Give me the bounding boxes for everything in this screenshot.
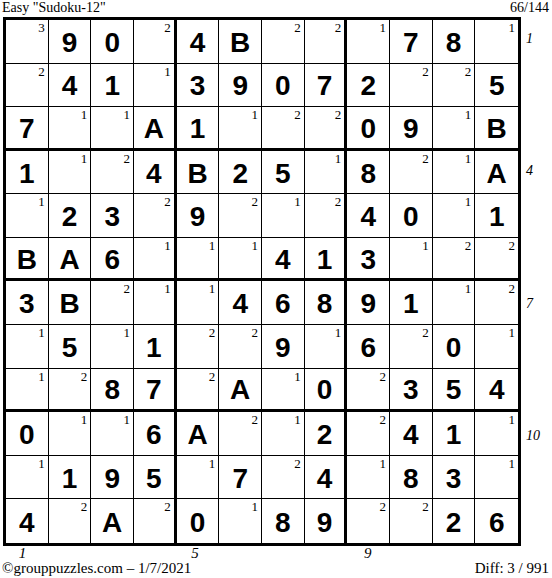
cell-r3c6[interactable]: 1 bbox=[219, 107, 262, 151]
pencil-mark: 2 bbox=[81, 369, 88, 384]
cell-r9c7[interactable]: 1 bbox=[262, 369, 305, 413]
cell-value: 5 bbox=[49, 325, 91, 368]
cell-r2c6[interactable]: 9 bbox=[219, 64, 262, 108]
cell-r11c8[interactable]: 4 bbox=[305, 456, 348, 500]
cell-r12c9[interactable]: 2 bbox=[347, 499, 390, 543]
col-label-9: 9 bbox=[364, 545, 372, 562]
cell-r4c7[interactable]: 5 bbox=[262, 151, 305, 195]
pencil-mark: 1 bbox=[81, 412, 88, 427]
pencil-mark: 1 bbox=[509, 456, 516, 471]
cell-value: 9 bbox=[305, 499, 345, 543]
cell-value: 9 bbox=[91, 456, 133, 499]
cell-value: 0 bbox=[177, 499, 219, 543]
pencil-mark: 2 bbox=[209, 325, 216, 340]
cell-r10c3[interactable]: 1 bbox=[91, 412, 134, 456]
cell-value: 9 bbox=[177, 194, 219, 237]
cell-r12c8[interactable]: 9 bbox=[305, 499, 348, 543]
sudoku-grid: 39024B221781241139072225711A1122091B1124… bbox=[3, 17, 521, 546]
cell-r8c10[interactable]: 2 bbox=[390, 325, 433, 369]
cell-r6c1[interactable]: B bbox=[6, 238, 49, 282]
cell-r5c3[interactable]: 3 bbox=[91, 194, 134, 238]
cell-value: 6 bbox=[475, 499, 518, 543]
cell-r9c6[interactable]: A bbox=[219, 369, 262, 413]
cell-value: 4 bbox=[6, 499, 48, 543]
pencil-mark: 2 bbox=[335, 20, 342, 35]
cell-r12c1[interactable]: 4 bbox=[6, 499, 49, 543]
cell-value: 8 bbox=[390, 456, 432, 499]
cell-value: 7 bbox=[6, 107, 48, 148]
cell-r4c5[interactable]: B bbox=[177, 151, 220, 195]
cell-r11c1[interactable]: 1 bbox=[6, 456, 49, 500]
cell-r7c3[interactable]: 2 bbox=[91, 281, 134, 325]
cell-value: B bbox=[177, 151, 219, 194]
cell-r12c5[interactable]: 0 bbox=[177, 499, 220, 543]
pencil-mark: 1 bbox=[38, 369, 45, 384]
row-label-10: 10 bbox=[526, 428, 540, 444]
cell-r11c5[interactable]: 1 bbox=[177, 456, 220, 500]
pencil-mark: 2 bbox=[294, 107, 301, 122]
cell-r7c10[interactable]: 1 bbox=[390, 281, 433, 325]
pencil-mark: 2 bbox=[209, 369, 216, 384]
cell-r12c6[interactable]: 1 bbox=[219, 499, 262, 543]
pencil-mark: 2 bbox=[38, 64, 45, 79]
cell-r2c12[interactable]: 5 bbox=[475, 64, 518, 108]
cell-r3c7[interactable]: 2 bbox=[262, 107, 305, 151]
cell-value: 8 bbox=[433, 20, 475, 63]
cell-value: 2 bbox=[305, 412, 345, 455]
cell-r9c3[interactable]: 8 bbox=[91, 369, 134, 413]
cell-r8c4[interactable]: 1 bbox=[134, 325, 177, 369]
cell-value: B bbox=[219, 20, 261, 63]
pencil-mark: 2 bbox=[380, 369, 387, 384]
pencil-mark: 2 bbox=[294, 20, 301, 35]
cell-value: A bbox=[91, 499, 133, 543]
cell-value: 5 bbox=[475, 64, 518, 107]
pencil-mark: 1 bbox=[81, 107, 88, 122]
cell-value: 4 bbox=[134, 151, 174, 194]
cell-r11c11[interactable]: 3 bbox=[433, 456, 476, 500]
cell-r5c6[interactable]: 2 bbox=[219, 194, 262, 238]
pencil-mark: 2 bbox=[335, 107, 342, 122]
cell-r3c1[interactable]: 7 bbox=[6, 107, 49, 151]
cell-r2c1[interactable]: 2 bbox=[6, 64, 49, 108]
row-label-4: 4 bbox=[526, 163, 533, 179]
cell-value: 4 bbox=[475, 369, 518, 410]
cell-r5c4[interactable]: 2 bbox=[134, 194, 177, 238]
cell-value: 0 bbox=[91, 20, 133, 63]
cell-r1c1[interactable]: 3 bbox=[6, 20, 49, 64]
cell-r8c1[interactable]: 1 bbox=[6, 325, 49, 369]
cell-r4c2[interactable]: 1 bbox=[49, 151, 92, 195]
pencil-mark: 2 bbox=[164, 194, 171, 209]
pencil-mark: 2 bbox=[422, 325, 429, 340]
pencil-mark: 1 bbox=[209, 238, 216, 253]
pencil-mark: 1 bbox=[252, 238, 259, 253]
cell-r1c7[interactable]: 2 bbox=[262, 20, 305, 64]
cell-value: 5 bbox=[134, 456, 174, 499]
cell-r7c9[interactable]: 9 bbox=[347, 281, 390, 325]
cell-r6c9[interactable]: 3 bbox=[347, 238, 390, 282]
cell-r10c2[interactable]: 1 bbox=[49, 412, 92, 456]
cell-r3c4[interactable]: A bbox=[134, 107, 177, 151]
pencil-mark: 1 bbox=[38, 456, 45, 471]
pencil-mark: 1 bbox=[252, 107, 259, 122]
cell-r1c11[interactable]: 8 bbox=[433, 20, 476, 64]
cell-r5c2[interactable]: 2 bbox=[49, 194, 92, 238]
cell-r1c5[interactable]: 4 bbox=[177, 20, 220, 64]
pencil-mark: 2 bbox=[252, 412, 259, 427]
cell-value: A bbox=[219, 369, 261, 410]
cell-r10c1[interactable]: 0 bbox=[6, 412, 49, 456]
cell-r10c12[interactable]: 1 bbox=[475, 412, 518, 456]
cell-r8c12[interactable]: 1 bbox=[475, 325, 518, 369]
cell-r4c10[interactable]: 2 bbox=[390, 151, 433, 195]
cell-r10c6[interactable]: 2 bbox=[219, 412, 262, 456]
pencil-mark: 1 bbox=[465, 194, 472, 209]
pencil-mark: 2 bbox=[380, 412, 387, 427]
cell-value: A bbox=[134, 107, 174, 148]
pencil-mark: 1 bbox=[252, 499, 259, 514]
cell-r5c11[interactable]: 1 bbox=[433, 194, 476, 238]
cell-r5c5[interactable]: 9 bbox=[177, 194, 220, 238]
cell-value: 7 bbox=[305, 64, 345, 107]
cell-value: A bbox=[475, 151, 518, 194]
cell-value: 5 bbox=[433, 369, 475, 410]
pencil-mark: 1 bbox=[509, 412, 516, 427]
cell-r10c4[interactable]: 6 bbox=[134, 412, 177, 456]
cell-r4c6[interactable]: 2 bbox=[219, 151, 262, 195]
cell-value: 1 bbox=[6, 151, 48, 194]
cell-value: 1 bbox=[177, 107, 219, 148]
cell-value: 2 bbox=[49, 194, 91, 237]
cell-r7c7[interactable]: 6 bbox=[262, 281, 305, 325]
pencil-mark: 1 bbox=[380, 456, 387, 471]
pencil-mark: 1 bbox=[509, 20, 516, 35]
cell-r9c11[interactable]: 5 bbox=[433, 369, 476, 413]
cell-value: 8 bbox=[91, 369, 133, 410]
pencil-mark: 2 bbox=[422, 499, 429, 514]
cell-r10c11[interactable]: 1 bbox=[433, 412, 476, 456]
cell-r5c8[interactable]: 2 bbox=[305, 194, 348, 238]
cell-r5c12[interactable]: 1 bbox=[475, 194, 518, 238]
cell-value: 6 bbox=[134, 412, 174, 455]
cell-value: 3 bbox=[177, 64, 219, 107]
cell-r9c1[interactable]: 1 bbox=[6, 369, 49, 413]
cell-value: 3 bbox=[91, 194, 133, 237]
cell-value: 3 bbox=[433, 456, 475, 499]
pencil-mark: 2 bbox=[164, 20, 171, 35]
cell-r2c11[interactable]: 2 bbox=[433, 64, 476, 108]
cell-r4c9[interactable]: 8 bbox=[347, 151, 390, 195]
cell-r7c8[interactable]: 8 bbox=[305, 281, 348, 325]
cell-value: 8 bbox=[347, 151, 389, 194]
pencil-mark: 1 bbox=[380, 20, 387, 35]
cell-value: 1 bbox=[91, 64, 133, 107]
cell-r4c12[interactable]: A bbox=[475, 151, 518, 195]
cell-r3c3[interactable]: 1 bbox=[91, 107, 134, 151]
cell-r12c11[interactable]: 2 bbox=[433, 499, 476, 543]
pencil-mark: 1 bbox=[294, 412, 301, 427]
pencil-mark: 2 bbox=[335, 194, 342, 209]
cell-r3c10[interactable]: 9 bbox=[390, 107, 433, 151]
cell-value: 9 bbox=[390, 107, 432, 148]
cell-r11c2[interactable]: 1 bbox=[49, 456, 92, 500]
cell-r4c3[interactable]: 2 bbox=[91, 151, 134, 195]
pencil-mark: 2 bbox=[465, 64, 472, 79]
cell-r6c8[interactable]: 1 bbox=[305, 238, 348, 282]
cell-r6c10[interactable]: 1 bbox=[390, 238, 433, 282]
cell-value: 6 bbox=[91, 238, 133, 279]
cell-r1c10[interactable]: 7 bbox=[390, 20, 433, 64]
cell-value: B bbox=[49, 281, 91, 324]
cell-r12c7[interactable]: 8 bbox=[262, 499, 305, 543]
cell-value: 0 bbox=[305, 369, 345, 410]
pencil-mark: 1 bbox=[465, 281, 472, 296]
pencil-mark: 1 bbox=[124, 412, 131, 427]
cell-value: 1 bbox=[475, 194, 518, 237]
cell-r10c10[interactable]: 4 bbox=[390, 412, 433, 456]
cell-value: 1 bbox=[305, 238, 345, 279]
cell-r6c11[interactable]: 2 bbox=[433, 238, 476, 282]
cell-r4c4[interactable]: 4 bbox=[134, 151, 177, 195]
pencil-mark: 2 bbox=[380, 499, 387, 514]
cell-r12c10[interactable]: 2 bbox=[390, 499, 433, 543]
pencil-mark: 2 bbox=[164, 499, 171, 514]
cell-value: 2 bbox=[347, 64, 389, 107]
cell-r2c10[interactable]: 2 bbox=[390, 64, 433, 108]
cell-r2c3[interactable]: 1 bbox=[91, 64, 134, 108]
row-label-1: 1 bbox=[526, 31, 533, 47]
cell-r1c3[interactable]: 0 bbox=[91, 20, 134, 64]
cell-r8c3[interactable]: 1 bbox=[91, 325, 134, 369]
cell-value: 9 bbox=[262, 325, 304, 368]
cell-value: 9 bbox=[219, 64, 261, 107]
cell-r5c9[interactable]: 4 bbox=[347, 194, 390, 238]
pencil-mark: 3 bbox=[38, 20, 45, 35]
cell-r8c6[interactable]: 2 bbox=[219, 325, 262, 369]
pencil-mark: 2 bbox=[124, 281, 131, 296]
col-label-rail: 159 bbox=[3, 545, 521, 561]
cell-r11c7[interactable]: 2 bbox=[262, 456, 305, 500]
pencil-mark: 2 bbox=[294, 456, 301, 471]
cell-r11c4[interactable]: 5 bbox=[134, 456, 177, 500]
cell-r5c1[interactable]: 1 bbox=[6, 194, 49, 238]
cell-r4c1[interactable]: 1 bbox=[6, 151, 49, 195]
cell-r9c9[interactable]: 2 bbox=[347, 369, 390, 413]
cell-r1c6[interactable]: B bbox=[219, 20, 262, 64]
cell-r9c8[interactable]: 0 bbox=[305, 369, 348, 413]
cell-r7c4[interactable]: 1 bbox=[134, 281, 177, 325]
pencil-mark: 1 bbox=[422, 238, 429, 253]
cell-r1c9[interactable]: 1 bbox=[347, 20, 390, 64]
cell-value: 0 bbox=[433, 325, 475, 368]
cell-r9c2[interactable]: 2 bbox=[49, 369, 92, 413]
cell-r5c10[interactable]: 0 bbox=[390, 194, 433, 238]
cell-r12c3[interactable]: A bbox=[91, 499, 134, 543]
cell-r3c11[interactable]: 1 bbox=[433, 107, 476, 151]
pencil-mark: 1 bbox=[164, 238, 171, 253]
pencil-mark: 2 bbox=[252, 194, 259, 209]
cell-value: 4 bbox=[305, 456, 345, 499]
cell-r6c6[interactable]: 1 bbox=[219, 238, 262, 282]
cell-r12c12[interactable]: 6 bbox=[475, 499, 518, 543]
cell-r8c8[interactable]: 1 bbox=[305, 325, 348, 369]
pencil-mark: 2 bbox=[422, 151, 429, 166]
cell-r3c12[interactable]: B bbox=[475, 107, 518, 151]
pencil-mark: 1 bbox=[209, 281, 216, 296]
cell-value: 4 bbox=[177, 20, 219, 63]
pencil-mark: 1 bbox=[164, 281, 171, 296]
cell-r11c12[interactable]: 1 bbox=[475, 456, 518, 500]
cell-r2c2[interactable]: 4 bbox=[49, 64, 92, 108]
pencil-mark: 2 bbox=[465, 238, 472, 253]
cell-r2c7[interactable]: 0 bbox=[262, 64, 305, 108]
cell-r8c9[interactable]: 6 bbox=[347, 325, 390, 369]
cell-r3c9[interactable]: 0 bbox=[347, 107, 390, 151]
cell-value: 9 bbox=[49, 20, 91, 63]
cell-value: 7 bbox=[134, 369, 174, 410]
cell-r2c9[interactable]: 2 bbox=[347, 64, 390, 108]
pencil-mark: 1 bbox=[38, 325, 45, 340]
cell-value: 4 bbox=[49, 64, 91, 107]
cell-value: 3 bbox=[347, 238, 389, 279]
cell-r1c12[interactable]: 1 bbox=[475, 20, 518, 64]
cell-r9c4[interactable]: 7 bbox=[134, 369, 177, 413]
cell-value: 1 bbox=[433, 412, 475, 455]
cell-value: 6 bbox=[347, 325, 389, 368]
cell-value: 2 bbox=[219, 151, 261, 194]
cell-value: 2 bbox=[433, 499, 475, 543]
cell-r4c8[interactable]: 1 bbox=[305, 151, 348, 195]
puzzle-title: Easy "Sudoku-12" bbox=[2, 0, 106, 16]
cell-r10c8[interactable]: 2 bbox=[305, 412, 348, 456]
cell-value: 0 bbox=[390, 194, 432, 237]
row-label-rail: 14710 bbox=[526, 17, 550, 546]
cell-r10c7[interactable]: 1 bbox=[262, 412, 305, 456]
cell-r5c7[interactable]: 1 bbox=[262, 194, 305, 238]
pencil-mark: 2 bbox=[422, 64, 429, 79]
cell-r7c6[interactable]: 4 bbox=[219, 281, 262, 325]
row-label-7: 7 bbox=[526, 296, 533, 312]
cell-value: 7 bbox=[219, 456, 261, 499]
cell-value: 5 bbox=[262, 151, 304, 194]
cell-value: 0 bbox=[347, 107, 389, 148]
cell-r8c7[interactable]: 9 bbox=[262, 325, 305, 369]
cell-value: 8 bbox=[305, 281, 345, 324]
pencil-mark: 1 bbox=[465, 107, 472, 122]
cell-r9c12[interactable]: 4 bbox=[475, 369, 518, 413]
cell-value: 0 bbox=[6, 412, 48, 455]
pencil-mark: 2 bbox=[509, 238, 516, 253]
cell-value: B bbox=[475, 107, 518, 148]
cell-r12c4[interactable]: 2 bbox=[134, 499, 177, 543]
cell-r1c4[interactable]: 2 bbox=[134, 20, 177, 64]
cell-r6c7[interactable]: 4 bbox=[262, 238, 305, 282]
pencil-mark: 2 bbox=[81, 499, 88, 514]
cell-r10c5[interactable]: A bbox=[177, 412, 220, 456]
cell-value: 9 bbox=[347, 281, 389, 324]
difficulty-text: Diff: 3 / 991 bbox=[475, 560, 549, 577]
cell-value: A bbox=[49, 238, 91, 279]
pencil-mark: 1 bbox=[38, 194, 45, 209]
pencil-mark: 1 bbox=[335, 151, 342, 166]
pencil-mark: 1 bbox=[164, 64, 171, 79]
cell-value: 6 bbox=[262, 281, 304, 324]
cell-value: 3 bbox=[6, 281, 48, 324]
cell-r10c9[interactable]: 2 bbox=[347, 412, 390, 456]
pencil-mark: 1 bbox=[124, 107, 131, 122]
cell-r8c11[interactable]: 0 bbox=[433, 325, 476, 369]
cell-r8c2[interactable]: 5 bbox=[49, 325, 92, 369]
cell-r7c2[interactable]: B bbox=[49, 281, 92, 325]
cell-r3c2[interactable]: 1 bbox=[49, 107, 92, 151]
cell-r3c8[interactable]: 2 bbox=[305, 107, 348, 151]
cell-value: 4 bbox=[390, 412, 432, 455]
cell-r2c5[interactable]: 3 bbox=[177, 64, 220, 108]
pencil-mark: 2 bbox=[509, 281, 516, 296]
cell-r1c8[interactable]: 2 bbox=[305, 20, 348, 64]
cell-value: 4 bbox=[347, 194, 389, 237]
pencil-mark: 2 bbox=[124, 151, 131, 166]
puzzle-counter: 66/144 bbox=[510, 0, 549, 16]
pencil-mark: 2 bbox=[252, 325, 259, 340]
pencil-mark: 1 bbox=[335, 325, 342, 340]
cell-r7c11[interactable]: 1 bbox=[433, 281, 476, 325]
col-label-5: 5 bbox=[191, 545, 199, 562]
cell-r11c9[interactable]: 1 bbox=[347, 456, 390, 500]
cell-r6c3[interactable]: 6 bbox=[91, 238, 134, 282]
cell-r6c12[interactable]: 2 bbox=[475, 238, 518, 282]
cell-value: A bbox=[177, 412, 219, 455]
cell-r7c12[interactable]: 2 bbox=[475, 281, 518, 325]
cell-value: B bbox=[6, 238, 48, 279]
cell-r3c5[interactable]: 1 bbox=[177, 107, 220, 151]
pencil-mark: 1 bbox=[465, 151, 472, 166]
cell-value: 7 bbox=[390, 20, 432, 63]
cell-r2c4[interactable]: 1 bbox=[134, 64, 177, 108]
cell-value: 3 bbox=[390, 369, 432, 410]
cell-r1c2[interactable]: 9 bbox=[49, 20, 92, 64]
cell-r4c11[interactable]: 1 bbox=[433, 151, 476, 195]
pencil-mark: 1 bbox=[294, 194, 301, 209]
cell-r11c6[interactable]: 7 bbox=[219, 456, 262, 500]
pencil-mark: 1 bbox=[81, 151, 88, 166]
cell-r6c4[interactable]: 1 bbox=[134, 238, 177, 282]
pencil-mark: 1 bbox=[209, 456, 216, 471]
cell-r9c10[interactable]: 3 bbox=[390, 369, 433, 413]
cell-value: 1 bbox=[134, 325, 174, 368]
cell-r12c2[interactable]: 2 bbox=[49, 499, 92, 543]
cell-r6c5[interactable]: 1 bbox=[177, 238, 220, 282]
cell-value: 4 bbox=[219, 281, 261, 324]
cell-r11c3[interactable]: 9 bbox=[91, 456, 134, 500]
cell-value: 0 bbox=[262, 64, 304, 107]
cell-r11c10[interactable]: 8 bbox=[390, 456, 433, 500]
puzzle-page: Easy "Sudoku-12" 66/144 39024B2217812411… bbox=[0, 0, 552, 578]
cell-r9c5[interactable]: 2 bbox=[177, 369, 220, 413]
pencil-mark: 1 bbox=[294, 369, 301, 384]
cell-r7c5[interactable]: 1 bbox=[177, 281, 220, 325]
copyright-text: ©grouppuzzles.com – 1/7/2021 bbox=[2, 560, 191, 577]
cell-r6c2[interactable]: A bbox=[49, 238, 92, 282]
cell-r7c1[interactable]: 3 bbox=[6, 281, 49, 325]
cell-value: 1 bbox=[390, 281, 432, 324]
cell-r8c5[interactable]: 2 bbox=[177, 325, 220, 369]
cell-value: 1 bbox=[49, 456, 91, 499]
cell-r2c8[interactable]: 7 bbox=[305, 64, 348, 108]
pencil-mark: 1 bbox=[509, 325, 516, 340]
pencil-mark: 1 bbox=[124, 325, 131, 340]
